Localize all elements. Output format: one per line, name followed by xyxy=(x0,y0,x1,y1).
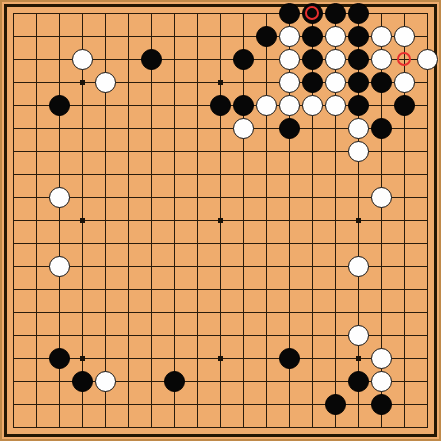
white-stone xyxy=(95,72,116,93)
last-move-circle-marker xyxy=(305,6,319,20)
white-stone xyxy=(95,371,116,392)
white-stone xyxy=(371,371,392,392)
grid-line xyxy=(427,13,428,428)
white-stone xyxy=(394,26,415,47)
black-stone xyxy=(371,72,392,93)
white-stone xyxy=(348,256,369,277)
white-stone xyxy=(49,187,70,208)
black-stone xyxy=(49,348,70,369)
star-point xyxy=(356,218,361,223)
star-point xyxy=(218,80,223,85)
star-point xyxy=(218,356,223,361)
go-board[interactable] xyxy=(0,0,441,441)
white-stone xyxy=(279,49,300,70)
grid-line xyxy=(266,13,267,428)
white-stone xyxy=(371,49,392,70)
black-stone xyxy=(348,26,369,47)
white-stone xyxy=(371,26,392,47)
grid-line xyxy=(13,404,428,405)
black-stone xyxy=(279,3,300,24)
grid-line xyxy=(13,289,428,290)
black-stone xyxy=(302,26,323,47)
white-stone xyxy=(279,72,300,93)
white-stone xyxy=(325,72,346,93)
white-stone xyxy=(371,348,392,369)
black-stone xyxy=(348,72,369,93)
white-stone xyxy=(325,49,346,70)
star-point xyxy=(80,356,85,361)
empty-point-circle-marker xyxy=(397,52,411,66)
black-stone xyxy=(348,49,369,70)
black-stone xyxy=(325,3,346,24)
black-stone xyxy=(279,348,300,369)
white-stone xyxy=(302,95,323,116)
white-stone xyxy=(348,325,369,346)
black-stone xyxy=(325,394,346,415)
black-stone xyxy=(49,95,70,116)
black-stone xyxy=(210,95,231,116)
white-stone xyxy=(279,26,300,47)
black-stone xyxy=(348,95,369,116)
black-stone xyxy=(279,118,300,139)
white-stone xyxy=(49,256,70,277)
black-stone xyxy=(348,3,369,24)
black-stone xyxy=(394,95,415,116)
white-stone xyxy=(256,95,277,116)
star-point xyxy=(218,218,223,223)
white-stone xyxy=(371,187,392,208)
black-stone xyxy=(371,394,392,415)
black-stone xyxy=(302,72,323,93)
black-stone xyxy=(302,49,323,70)
white-stone xyxy=(417,49,438,70)
white-stone xyxy=(233,118,254,139)
white-stone xyxy=(325,26,346,47)
black-stone xyxy=(141,49,162,70)
grid-line xyxy=(13,312,428,313)
black-stone xyxy=(348,371,369,392)
white-stone xyxy=(72,49,93,70)
star-point xyxy=(80,218,85,223)
grid-line xyxy=(243,13,244,428)
white-stone xyxy=(348,118,369,139)
black-stone xyxy=(233,95,254,116)
black-stone xyxy=(164,371,185,392)
black-stone xyxy=(256,26,277,47)
white-stone xyxy=(348,141,369,162)
grid-line xyxy=(13,243,428,244)
white-stone xyxy=(279,95,300,116)
star-point xyxy=(80,80,85,85)
grid-line xyxy=(13,427,428,428)
white-stone xyxy=(394,72,415,93)
white-stone xyxy=(325,95,346,116)
star-point xyxy=(356,356,361,361)
black-stone xyxy=(371,118,392,139)
black-stone xyxy=(233,49,254,70)
black-stone xyxy=(72,371,93,392)
